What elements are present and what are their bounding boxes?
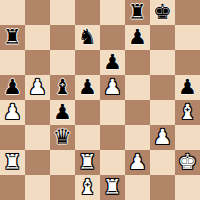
square-h6[interactable] [175,50,200,75]
square-e2[interactable] [100,150,125,175]
white-pawn: ♟ [103,75,122,100]
white-rook: ♜ [78,150,97,175]
square-c1[interactable] [50,175,75,200]
square-a8[interactable] [0,0,25,25]
square-f8[interactable]: ♜ [125,0,150,25]
black-queen: ♛ [53,125,72,150]
black-pawn: ♟ [128,25,147,50]
chessboard: ♜♚♜♞♟♟♟♟♝♟♟♟♟♟♝♛♟♜♜♟♚♝♜ [0,0,200,200]
square-h2[interactable]: ♚ [175,150,200,175]
square-a4[interactable]: ♟ [0,100,25,125]
white-pawn: ♟ [3,100,22,125]
square-h7[interactable] [175,25,200,50]
square-e8[interactable] [100,0,125,25]
white-rook: ♜ [3,150,22,175]
black-knight: ♞ [78,25,97,50]
square-b5[interactable]: ♟ [25,75,50,100]
square-e6[interactable]: ♟ [100,50,125,75]
square-d4[interactable] [75,100,100,125]
white-bishop: ♝ [178,100,197,125]
square-f6[interactable] [125,50,150,75]
square-h5[interactable]: ♟ [175,75,200,100]
black-pawn: ♟ [3,75,22,100]
black-king: ♚ [153,0,172,25]
square-c8[interactable] [50,0,75,25]
square-g8[interactable]: ♚ [150,0,175,25]
white-pawn: ♟ [128,150,147,175]
square-d2[interactable]: ♜ [75,150,100,175]
square-c2[interactable] [50,150,75,175]
white-king: ♚ [178,150,197,175]
white-rook: ♜ [103,175,122,200]
black-pawn: ♟ [178,75,197,100]
black-pawn: ♟ [78,75,97,100]
square-a6[interactable] [0,50,25,75]
black-bishop: ♝ [53,75,72,100]
square-d8[interactable] [75,0,100,25]
square-f2[interactable]: ♟ [125,150,150,175]
square-b7[interactable] [25,25,50,50]
square-b1[interactable] [25,175,50,200]
square-g1[interactable] [150,175,175,200]
square-f4[interactable] [125,100,150,125]
square-g6[interactable] [150,50,175,75]
square-e4[interactable] [100,100,125,125]
square-a1[interactable] [0,175,25,200]
square-h8[interactable] [175,0,200,25]
square-f7[interactable]: ♟ [125,25,150,50]
square-d6[interactable] [75,50,100,75]
square-e1[interactable]: ♜ [100,175,125,200]
square-f1[interactable] [125,175,150,200]
black-pawn: ♟ [53,100,72,125]
square-e7[interactable] [100,25,125,50]
black-pawn: ♟ [103,50,122,75]
black-rook: ♜ [3,25,22,50]
square-f5[interactable] [125,75,150,100]
white-bishop: ♝ [78,175,97,200]
square-a7[interactable]: ♜ [0,25,25,50]
square-a5[interactable]: ♟ [0,75,25,100]
square-d3[interactable] [75,125,100,150]
square-b8[interactable] [25,0,50,25]
square-c3[interactable]: ♛ [50,125,75,150]
square-a2[interactable]: ♜ [0,150,25,175]
square-d7[interactable]: ♞ [75,25,100,50]
white-pawn: ♟ [153,125,172,150]
square-h1[interactable] [175,175,200,200]
square-h3[interactable] [175,125,200,150]
square-b2[interactable] [25,150,50,175]
square-b6[interactable] [25,50,50,75]
square-g5[interactable] [150,75,175,100]
square-e5[interactable]: ♟ [100,75,125,100]
square-c7[interactable] [50,25,75,50]
square-g2[interactable] [150,150,175,175]
square-d5[interactable]: ♟ [75,75,100,100]
square-f3[interactable] [125,125,150,150]
white-pawn: ♟ [28,75,47,100]
black-rook: ♜ [128,0,147,25]
square-e3[interactable] [100,125,125,150]
square-c6[interactable] [50,50,75,75]
square-g4[interactable] [150,100,175,125]
square-g7[interactable] [150,25,175,50]
square-b3[interactable] [25,125,50,150]
square-d1[interactable]: ♝ [75,175,100,200]
square-g3[interactable]: ♟ [150,125,175,150]
square-h4[interactable]: ♝ [175,100,200,125]
square-b4[interactable] [25,100,50,125]
square-a3[interactable] [0,125,25,150]
square-c4[interactable]: ♟ [50,100,75,125]
square-c5[interactable]: ♝ [50,75,75,100]
